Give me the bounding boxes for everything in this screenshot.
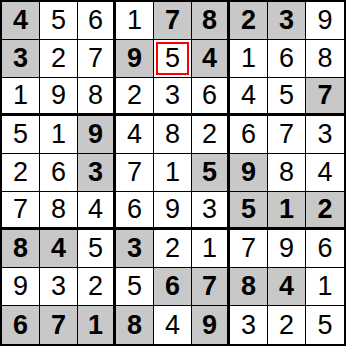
sudoku-cell[interactable]: 5 (116, 268, 154, 306)
sudoku-cell[interactable]: 2 (2, 154, 40, 192)
sudoku-cell[interactable]: 9 (78, 116, 116, 154)
sudoku-cell[interactable]: 7 (116, 154, 154, 192)
sudoku-cell[interactable]: 4 (40, 230, 78, 268)
sudoku-cell[interactable]: 2 (192, 116, 230, 154)
sudoku-cell[interactable]: 9 (2, 268, 40, 306)
sudoku-cell[interactable]: 5 (306, 306, 344, 344)
sudoku-cell[interactable]: 8 (268, 154, 306, 192)
sudoku-cell[interactable]: 6 (40, 154, 78, 192)
sudoku-cell[interactable]: 3 (2, 40, 40, 78)
sudoku-cell[interactable]: 4 (116, 116, 154, 154)
sudoku-cell[interactable]: 7 (268, 116, 306, 154)
sudoku-cell[interactable]: 2 (40, 40, 78, 78)
sudoku-cell[interactable]: 6 (268, 40, 306, 78)
sudoku-cell[interactable]: 6 (116, 192, 154, 230)
sudoku-cell[interactable]: 9 (230, 154, 268, 192)
sudoku-cell[interactable]: 7 (306, 78, 344, 116)
sudoku-cell[interactable]: 7 (78, 40, 116, 78)
sudoku-cell[interactable]: 4 (306, 154, 344, 192)
sudoku-cell[interactable]: 3 (154, 78, 192, 116)
sudoku-cell[interactable]: 9 (268, 230, 306, 268)
sudoku-cell[interactable]: 1 (306, 268, 344, 306)
sudoku-cell[interactable]: 4 (78, 192, 116, 230)
sudoku-cell[interactable]: 8 (192, 2, 230, 40)
sudoku-cell[interactable]: 2 (230, 2, 268, 40)
sudoku-cell[interactable]: 4 (230, 78, 268, 116)
sudoku-cell[interactable]: 3 (268, 2, 306, 40)
sudoku-cell[interactable]: 6 (306, 230, 344, 268)
selected-cell[interactable]: 5 (154, 40, 192, 78)
sudoku-cell[interactable]: 9 (306, 2, 344, 40)
sudoku-board: 4561782393279541681982364575194826732637… (0, 0, 346, 346)
sudoku-cell[interactable]: 3 (40, 268, 78, 306)
sudoku-cell[interactable]: 6 (78, 2, 116, 40)
sudoku-cell[interactable]: 3 (116, 230, 154, 268)
sudoku-cell[interactable]: 5 (268, 78, 306, 116)
sudoku-cell[interactable]: 1 (230, 40, 268, 78)
sudoku-cell[interactable]: 5 (192, 154, 230, 192)
sudoku-cell[interactable]: 1 (154, 154, 192, 192)
sudoku-cell[interactable]: 7 (192, 268, 230, 306)
sudoku-app: 4561782393279541681982364575194826732637… (0, 0, 362, 362)
sudoku-cell[interactable]: 8 (2, 230, 40, 268)
sudoku-cell[interactable]: 8 (230, 268, 268, 306)
sudoku-cell[interactable]: 5 (2, 116, 40, 154)
sudoku-cell[interactable]: 3 (192, 192, 230, 230)
sudoku-cell[interactable]: 5 (78, 230, 116, 268)
sudoku-cell[interactable]: 5 (230, 192, 268, 230)
sudoku-cell[interactable]: 8 (40, 192, 78, 230)
sudoku-cell[interactable]: 1 (268, 192, 306, 230)
sudoku-cell[interactable]: 2 (306, 192, 344, 230)
sudoku-cell[interactable]: 8 (116, 306, 154, 344)
sudoku-cell[interactable]: 8 (154, 116, 192, 154)
sudoku-cell[interactable]: 3 (78, 154, 116, 192)
sudoku-cell[interactable]: 8 (78, 78, 116, 116)
sudoku-cell[interactable]: 8 (306, 40, 344, 78)
sudoku-cell[interactable]: 4 (192, 40, 230, 78)
sudoku-cell[interactable]: 2 (268, 306, 306, 344)
sudoku-cell[interactable]: 5 (40, 2, 78, 40)
sudoku-cell[interactable]: 4 (154, 306, 192, 344)
sudoku-cell[interactable]: 3 (230, 306, 268, 344)
sudoku-cell[interactable]: 1 (40, 116, 78, 154)
sudoku-cell[interactable]: 7 (154, 2, 192, 40)
sudoku-cell[interactable]: 9 (40, 78, 78, 116)
sudoku-cell[interactable]: 4 (2, 2, 40, 40)
sudoku-cell[interactable]: 1 (192, 230, 230, 268)
sudoku-cell[interactable]: 2 (116, 78, 154, 116)
sudoku-cell[interactable]: 2 (78, 268, 116, 306)
sudoku-cell[interactable]: 3 (306, 116, 344, 154)
sudoku-cell[interactable]: 9 (192, 306, 230, 344)
sudoku-cell[interactable]: 7 (40, 306, 78, 344)
sudoku-cell[interactable]: 6 (154, 268, 192, 306)
sudoku-cell[interactable]: 1 (78, 306, 116, 344)
sudoku-cell[interactable]: 9 (154, 192, 192, 230)
sudoku-cell[interactable]: 6 (2, 306, 40, 344)
sudoku-cell[interactable]: 6 (230, 116, 268, 154)
sudoku-cell[interactable]: 7 (2, 192, 40, 230)
sudoku-cell[interactable]: 1 (2, 78, 40, 116)
sudoku-cell[interactable]: 2 (154, 230, 192, 268)
sudoku-cell[interactable]: 6 (192, 78, 230, 116)
sudoku-cell[interactable]: 1 (116, 2, 154, 40)
selection-ring (156, 42, 189, 75)
sudoku-cell[interactable]: 4 (268, 268, 306, 306)
sudoku-cell[interactable]: 7 (230, 230, 268, 268)
sudoku-cell[interactable]: 9 (116, 40, 154, 78)
